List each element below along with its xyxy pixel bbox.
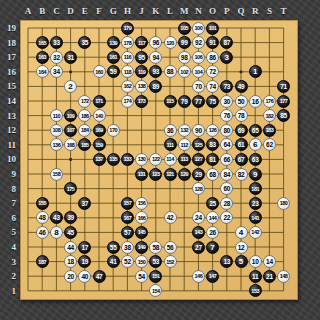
stone-F16-move-160[interactable]: 160 bbox=[93, 65, 106, 78]
column-label-Q: Q bbox=[235, 6, 247, 16]
stone-M10-move-113[interactable]: 113 bbox=[178, 153, 191, 166]
stone-L14-move-115[interactable]: 115 bbox=[164, 95, 177, 108]
column-label-L: L bbox=[164, 6, 176, 16]
stone-L12-move-36[interactable]: 36 bbox=[164, 124, 177, 137]
stone-O5-move-26[interactable]: 26 bbox=[206, 226, 219, 239]
stone-B3-move-187[interactable]: 187 bbox=[36, 255, 49, 268]
row-label-13: 13 bbox=[2, 111, 16, 121]
row-label-4: 4 bbox=[2, 242, 16, 252]
star-point bbox=[69, 70, 72, 73]
column-label-K: K bbox=[150, 6, 162, 16]
stone-Q14-move-50[interactable]: 50 bbox=[235, 95, 248, 108]
column-label-E: E bbox=[79, 6, 91, 16]
stone-M14-move-79[interactable]: 79 bbox=[178, 95, 191, 108]
stone-M11-move-112[interactable]: 112 bbox=[178, 138, 191, 151]
row-label-5: 5 bbox=[2, 227, 16, 237]
stone-E7-move-37[interactable]: 37 bbox=[78, 197, 91, 210]
stone-P14-move-30[interactable]: 30 bbox=[220, 95, 233, 108]
stone-R2-move-11[interactable]: 11 bbox=[249, 270, 262, 283]
stone-R1-move-153[interactable]: 153 bbox=[249, 284, 262, 297]
stone-Q5-move-4[interactable]: 4 bbox=[235, 226, 248, 239]
stone-Q11-move-61[interactable]: 61 bbox=[235, 138, 248, 151]
stone-D2-move-20[interactable]: 20 bbox=[64, 270, 77, 283]
column-label-D: D bbox=[65, 6, 77, 16]
stone-J2-move-54[interactable]: 54 bbox=[135, 270, 148, 283]
stone-T2-move-148[interactable]: 148 bbox=[277, 270, 290, 283]
stone-B7-move-155[interactable]: 155 bbox=[36, 197, 49, 210]
stone-O10-move-81[interactable]: 81 bbox=[206, 153, 219, 166]
stone-H5-move-57[interactable]: 57 bbox=[121, 226, 134, 239]
stone-L18-move-120[interactable]: 120 bbox=[164, 36, 177, 49]
star-point bbox=[69, 158, 72, 161]
stone-N12-move-90[interactable]: 90 bbox=[192, 124, 205, 137]
stone-Q4-move-12[interactable]: 12 bbox=[235, 241, 248, 254]
row-label-14: 14 bbox=[2, 96, 16, 106]
stone-N4-move-27[interactable]: 27 bbox=[192, 241, 205, 254]
row-label-3: 3 bbox=[2, 257, 16, 267]
column-label-C: C bbox=[50, 6, 62, 16]
stone-R14-move-16[interactable]: 16 bbox=[249, 95, 262, 108]
stone-H15-move-162[interactable]: 162 bbox=[121, 80, 134, 93]
stone-M16-move-102[interactable]: 102 bbox=[178, 65, 191, 78]
stone-H4-move-38[interactable]: 38 bbox=[121, 241, 134, 254]
stone-R7-move-23[interactable]: 23 bbox=[249, 197, 262, 210]
stone-Q15-move-49[interactable]: 49 bbox=[235, 80, 248, 93]
stone-J5-move-145[interactable]: 145 bbox=[135, 226, 148, 239]
stone-H19-move-179[interactable]: 179 bbox=[121, 22, 134, 35]
stone-O2-move-147[interactable]: 147 bbox=[206, 270, 219, 283]
stone-J7-move-156[interactable]: 156 bbox=[135, 197, 148, 210]
stone-O17-move-86[interactable]: 86 bbox=[206, 51, 219, 64]
stone-N14-move-77[interactable]: 77 bbox=[192, 95, 205, 108]
column-label-S: S bbox=[263, 6, 275, 16]
stone-L4-move-56[interactable]: 56 bbox=[164, 241, 177, 254]
stone-C18-move-33[interactable]: 33 bbox=[50, 36, 63, 49]
stone-F10-move-137[interactable]: 137 bbox=[93, 153, 106, 166]
column-label-P: P bbox=[221, 6, 233, 16]
stone-O19-move-101[interactable]: 101 bbox=[206, 22, 219, 35]
stone-B5-move-46[interactable]: 46 bbox=[36, 226, 49, 239]
stone-Q3-move-5[interactable]: 5 bbox=[235, 255, 248, 268]
stone-D12-move-107[interactable]: 107 bbox=[64, 124, 77, 137]
stone-R11-move-6[interactable]: 6 bbox=[249, 138, 262, 151]
column-label-J: J bbox=[136, 6, 148, 16]
row-label-6: 6 bbox=[2, 213, 16, 223]
stone-D5-move-45[interactable]: 45 bbox=[64, 226, 77, 239]
stone-G17-move-161[interactable]: 161 bbox=[107, 51, 120, 64]
stone-S3-move-14[interactable]: 14 bbox=[263, 255, 276, 268]
stone-G3-move-41[interactable]: 41 bbox=[107, 255, 120, 268]
stone-M18-move-99[interactable]: 99 bbox=[178, 36, 191, 49]
stone-C12-move-108[interactable]: 108 bbox=[50, 124, 63, 137]
stone-B6-move-48[interactable]: 48 bbox=[36, 211, 49, 224]
stone-N10-move-127[interactable]: 127 bbox=[192, 153, 205, 166]
stone-L3-move-152[interactable]: 152 bbox=[164, 255, 177, 268]
stone-N5-move-143[interactable]: 143 bbox=[192, 226, 205, 239]
stone-H3-move-52[interactable]: 52 bbox=[121, 255, 134, 268]
stone-G10-move-135[interactable]: 135 bbox=[107, 153, 120, 166]
stone-K17-move-94[interactable]: 94 bbox=[149, 51, 162, 64]
stone-F14-move-171[interactable]: 171 bbox=[93, 95, 106, 108]
stone-S2-move-21[interactable]: 21 bbox=[263, 270, 276, 283]
column-label-F: F bbox=[93, 6, 105, 16]
stone-B16-move-164[interactable]: 164 bbox=[36, 65, 49, 78]
stone-K9-move-123[interactable]: 123 bbox=[149, 168, 162, 181]
column-label-T: T bbox=[278, 6, 290, 16]
stone-O12-move-126[interactable]: 126 bbox=[206, 124, 219, 137]
stone-L6-move-42[interactable]: 42 bbox=[164, 211, 177, 224]
stone-G16-move-59[interactable]: 59 bbox=[107, 65, 120, 78]
stone-M17-move-98[interactable]: 98 bbox=[178, 51, 191, 64]
stone-N15-move-70[interactable]: 70 bbox=[192, 80, 205, 93]
stone-B17-move-163[interactable]: 163 bbox=[36, 51, 49, 64]
row-label-19: 19 bbox=[2, 23, 16, 33]
row-label-9: 9 bbox=[2, 169, 16, 179]
stone-L11-move-111[interactable]: 111 bbox=[164, 138, 177, 151]
stone-P12-move-80[interactable]: 80 bbox=[220, 124, 233, 137]
stone-M9-move-129[interactable]: 129 bbox=[178, 168, 191, 181]
stone-J14-move-173[interactable]: 173 bbox=[135, 95, 148, 108]
stone-L9-move-121[interactable]: 121 bbox=[164, 168, 177, 181]
stone-Q9-move-82[interactable]: 82 bbox=[235, 168, 248, 181]
stone-F12-move-169[interactable]: 169 bbox=[93, 124, 106, 137]
stone-C17-move-32[interactable]: 32 bbox=[50, 51, 63, 64]
stone-N8-move-128[interactable]: 128 bbox=[192, 182, 205, 195]
stone-P17-move-3[interactable]: 3 bbox=[220, 51, 233, 64]
column-label-B: B bbox=[36, 6, 48, 16]
stone-C5-move-8[interactable]: 8 bbox=[50, 226, 63, 239]
stone-H14-move-174[interactable]: 174 bbox=[121, 95, 134, 108]
stone-F13-move-140[interactable]: 140 bbox=[93, 109, 106, 122]
row-label-7: 7 bbox=[2, 198, 16, 208]
stone-N18-move-92[interactable]: 92 bbox=[192, 36, 205, 49]
stone-H18-move-178[interactable]: 178 bbox=[121, 36, 134, 49]
stone-N9-move-29[interactable]: 29 bbox=[192, 168, 205, 181]
stone-P9-move-84[interactable]: 84 bbox=[220, 168, 233, 181]
row-label-10: 10 bbox=[2, 154, 16, 164]
row-label-16: 16 bbox=[2, 67, 16, 77]
row-label-12: 12 bbox=[2, 125, 16, 135]
row-label-1: 1 bbox=[2, 286, 16, 296]
stone-S12-move-183[interactable]: 183 bbox=[263, 124, 276, 137]
stone-E4-move-17[interactable]: 17 bbox=[78, 241, 91, 254]
stone-C13-move-110[interactable]: 110 bbox=[50, 109, 63, 122]
stone-G18-move-139[interactable]: 139 bbox=[107, 36, 120, 49]
stone-R9-move-9[interactable]: 9 bbox=[249, 168, 262, 181]
stone-J4-move-149[interactable]: 149 bbox=[135, 241, 148, 254]
stone-N17-move-106[interactable]: 106 bbox=[192, 51, 205, 64]
column-label-H: H bbox=[121, 6, 133, 16]
row-label-11: 11 bbox=[2, 140, 16, 150]
stone-R16-move-1[interactable]: 1 bbox=[249, 65, 262, 78]
stone-D4-move-44[interactable]: 44 bbox=[64, 241, 77, 254]
column-label-A: A bbox=[22, 6, 34, 16]
stone-O4-move-7[interactable]: 7 bbox=[206, 241, 219, 254]
stone-L10-move-114[interactable]: 114 bbox=[164, 153, 177, 166]
stone-B18-move-165[interactable]: 165 bbox=[36, 36, 49, 49]
stone-E12-move-184[interactable]: 184 bbox=[78, 124, 91, 137]
stone-M12-move-132[interactable]: 132 bbox=[178, 124, 191, 137]
stone-J17-move-95[interactable]: 95 bbox=[135, 51, 148, 64]
stone-R6-move-141[interactable]: 141 bbox=[249, 211, 262, 224]
stone-R8-move-181[interactable]: 181 bbox=[249, 182, 262, 195]
stone-O14-move-75[interactable]: 75 bbox=[206, 95, 219, 108]
column-label-G: G bbox=[107, 6, 119, 16]
stone-D17-move-31[interactable]: 31 bbox=[64, 51, 77, 64]
row-label-8: 8 bbox=[2, 184, 16, 194]
stone-O15-move-74[interactable]: 74 bbox=[206, 80, 219, 93]
stone-Q10-move-67[interactable]: 67 bbox=[235, 153, 248, 166]
stone-P7-move-28[interactable]: 28 bbox=[220, 197, 233, 210]
stone-Q13-move-78[interactable]: 78 bbox=[235, 109, 248, 122]
stone-N2-move-146[interactable]: 146 bbox=[192, 270, 205, 283]
column-label-R: R bbox=[249, 6, 261, 16]
stone-T14-move-177[interactable]: 177 bbox=[277, 95, 290, 108]
stone-D15-move-2[interactable]: 2 bbox=[64, 80, 77, 93]
star-point bbox=[239, 70, 242, 73]
stone-N19-move-100[interactable]: 100 bbox=[192, 22, 205, 35]
stone-S13-move-182[interactable]: 182 bbox=[263, 109, 276, 122]
stone-S14-move-176[interactable]: 176 bbox=[263, 95, 276, 108]
stone-F2-move-47[interactable]: 47 bbox=[93, 270, 106, 283]
stone-R3-move-10[interactable]: 10 bbox=[249, 255, 262, 268]
column-label-N: N bbox=[192, 6, 204, 16]
stone-O7-move-25[interactable]: 25 bbox=[206, 197, 219, 210]
stone-J10-move-130[interactable]: 130 bbox=[135, 153, 148, 166]
row-label-17: 17 bbox=[2, 52, 16, 62]
row-label-2: 2 bbox=[2, 271, 16, 281]
stone-J15-move-138[interactable]: 138 bbox=[135, 80, 148, 93]
stone-K2-move-151[interactable]: 151 bbox=[149, 270, 162, 283]
stone-T7-move-180[interactable]: 180 bbox=[277, 197, 290, 210]
stone-G4-move-55[interactable]: 55 bbox=[107, 241, 120, 254]
go-diagram-stage: ABCDEFGHJKLMNOPQRST 19181716151413121110… bbox=[0, 0, 320, 320]
stone-Q12-move-69[interactable]: 69 bbox=[235, 124, 248, 137]
stone-R12-move-65[interactable]: 65 bbox=[249, 124, 262, 137]
stone-E2-move-40[interactable]: 40 bbox=[78, 270, 91, 283]
stone-O9-move-68[interactable]: 68 bbox=[206, 168, 219, 181]
stone-E14-move-172[interactable]: 172 bbox=[78, 95, 91, 108]
stone-J9-move-131[interactable]: 131 bbox=[135, 168, 148, 181]
column-label-O: O bbox=[207, 6, 219, 16]
stone-F11-move-159[interactable]: 159 bbox=[93, 138, 106, 151]
stone-R10-move-63[interactable]: 63 bbox=[249, 153, 262, 166]
stone-H17-move-116[interactable]: 116 bbox=[121, 51, 134, 64]
stone-L16-move-88[interactable]: 88 bbox=[164, 65, 177, 78]
row-label-18: 18 bbox=[2, 38, 16, 48]
column-label-M: M bbox=[178, 6, 190, 16]
stone-C9-move-158[interactable]: 158 bbox=[50, 168, 63, 181]
stone-K4-move-58[interactable]: 58 bbox=[149, 241, 162, 254]
stone-R5-move-142[interactable]: 142 bbox=[249, 226, 262, 239]
stone-M19-move-105[interactable]: 105 bbox=[178, 22, 191, 35]
stone-H10-move-133[interactable]: 133 bbox=[121, 153, 134, 166]
stone-H7-move-157[interactable]: 157 bbox=[121, 197, 134, 210]
stone-G12-move-170[interactable]: 170 bbox=[107, 124, 120, 137]
stone-T15-move-71[interactable]: 71 bbox=[277, 80, 290, 93]
row-label-15: 15 bbox=[2, 81, 16, 91]
